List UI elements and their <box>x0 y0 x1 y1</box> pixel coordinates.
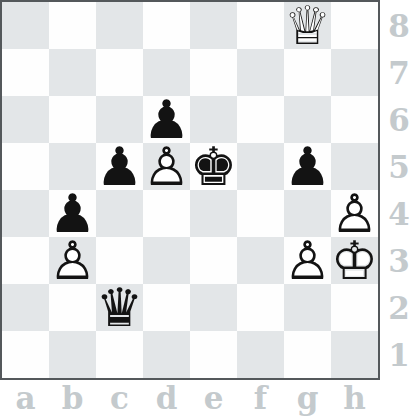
square-f5[interactable] <box>237 143 284 190</box>
file-label-f: f <box>237 380 284 416</box>
square-d2[interactable] <box>143 284 190 331</box>
rank-label-6: 6 <box>382 96 416 143</box>
square-d5[interactable]: ♟♙ <box>143 143 190 190</box>
square-g3[interactable]: ♟♙ <box>284 237 331 284</box>
piece-black-queen-c2[interactable]: ♛ <box>96 284 143 331</box>
file-label-c: c <box>96 380 143 416</box>
rank-label-7: 7 <box>382 49 416 96</box>
piece-white-pawn-b3[interactable]: ♟♙ <box>49 237 96 284</box>
square-a8[interactable] <box>2 2 49 49</box>
square-a4[interactable] <box>2 190 49 237</box>
square-h6[interactable] <box>331 96 378 143</box>
white-queen-icon: ♕ <box>284 2 331 49</box>
square-h1[interactable] <box>331 331 378 378</box>
square-b3[interactable]: ♟♙ <box>49 237 96 284</box>
square-f8[interactable] <box>237 2 284 49</box>
square-a2[interactable] <box>2 284 49 331</box>
square-e2[interactable] <box>190 284 237 331</box>
square-a3[interactable] <box>2 237 49 284</box>
square-g5[interactable]: ♟ <box>284 143 331 190</box>
piece-white-pawn-d5[interactable]: ♟♙ <box>143 143 190 190</box>
square-b6[interactable] <box>49 96 96 143</box>
square-g7[interactable] <box>284 49 331 96</box>
rank-label-1: 1 <box>382 331 416 378</box>
square-d1[interactable] <box>143 331 190 378</box>
white-pawn-icon: ♙ <box>284 237 331 284</box>
square-b1[interactable] <box>49 331 96 378</box>
piece-black-king-e5[interactable]: ♚ <box>190 143 237 190</box>
piece-white-queen-g8[interactable]: ♛♕ <box>284 2 331 49</box>
square-f3[interactable] <box>237 237 284 284</box>
square-f1[interactable] <box>237 331 284 378</box>
rank-labels: 87654321 <box>382 2 416 378</box>
square-c1[interactable] <box>96 331 143 378</box>
square-h3[interactable]: ♚♔ <box>331 237 378 284</box>
square-b7[interactable] <box>49 49 96 96</box>
rank-label-4: 4 <box>382 190 416 237</box>
rank-label-3: 3 <box>382 237 416 284</box>
black-pawn-icon: ♟ <box>96 143 143 190</box>
square-a7[interactable] <box>2 49 49 96</box>
white-pawn-icon: ♙ <box>143 143 190 190</box>
square-e7[interactable] <box>190 49 237 96</box>
file-labels: abcdefgh <box>2 380 378 416</box>
square-a6[interactable] <box>2 96 49 143</box>
rank-label-8: 8 <box>382 2 416 49</box>
white-king-icon: ♔ <box>331 237 378 284</box>
white-pawn-icon: ♙ <box>49 237 96 284</box>
file-label-g: g <box>284 380 331 416</box>
piece-black-pawn-c5[interactable]: ♟ <box>96 143 143 190</box>
square-g2[interactable] <box>284 284 331 331</box>
square-d8[interactable] <box>143 2 190 49</box>
square-h7[interactable] <box>331 49 378 96</box>
square-h8[interactable] <box>331 2 378 49</box>
square-h2[interactable] <box>331 284 378 331</box>
square-e1[interactable] <box>190 331 237 378</box>
square-e3[interactable] <box>190 237 237 284</box>
square-b8[interactable] <box>49 2 96 49</box>
file-label-d: d <box>143 380 190 416</box>
square-c7[interactable] <box>96 49 143 96</box>
square-c2[interactable]: ♛ <box>96 284 143 331</box>
square-d4[interactable] <box>143 190 190 237</box>
square-f4[interactable] <box>237 190 284 237</box>
square-f7[interactable] <box>237 49 284 96</box>
square-e8[interactable] <box>190 2 237 49</box>
square-c8[interactable] <box>96 2 143 49</box>
file-label-e: e <box>190 380 237 416</box>
piece-black-pawn-g5[interactable]: ♟ <box>284 143 331 190</box>
square-g8[interactable]: ♛♕ <box>284 2 331 49</box>
file-label-h: h <box>331 380 378 416</box>
file-label-b: b <box>49 380 96 416</box>
black-king-icon: ♚ <box>190 143 237 190</box>
piece-white-pawn-g3[interactable]: ♟♙ <box>284 237 331 284</box>
square-f6[interactable] <box>237 96 284 143</box>
square-d3[interactable] <box>143 237 190 284</box>
square-c4[interactable] <box>96 190 143 237</box>
square-a1[interactable] <box>2 331 49 378</box>
black-queen-icon: ♛ <box>96 284 143 331</box>
chess-board: ♛♕♟♟♟♙♚♟♟♟♙♟♙♟♙♚♔♛ <box>0 0 380 380</box>
piece-white-king-h3[interactable]: ♚♔ <box>331 237 378 284</box>
black-pawn-icon: ♟ <box>284 143 331 190</box>
square-c5[interactable]: ♟ <box>96 143 143 190</box>
square-e4[interactable] <box>190 190 237 237</box>
rank-label-2: 2 <box>382 284 416 331</box>
square-g1[interactable] <box>284 331 331 378</box>
square-a5[interactable] <box>2 143 49 190</box>
file-label-a: a <box>2 380 49 416</box>
rank-label-5: 5 <box>382 143 416 190</box>
square-b2[interactable] <box>49 284 96 331</box>
square-e5[interactable]: ♚ <box>190 143 237 190</box>
square-f2[interactable] <box>237 284 284 331</box>
